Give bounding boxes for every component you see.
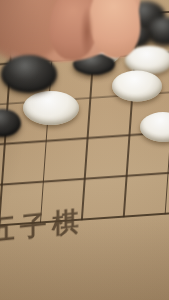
- board-printed-label: 五子棋: [0, 203, 84, 249]
- gomoku-photo-scene: 五子棋: [0, 0, 169, 300]
- white-stone: [112, 71, 162, 102]
- black-stone: [121, 25, 151, 47]
- white-stone: [23, 91, 79, 125]
- black-stone: [73, 53, 115, 75]
- black-stone: [1, 55, 57, 93]
